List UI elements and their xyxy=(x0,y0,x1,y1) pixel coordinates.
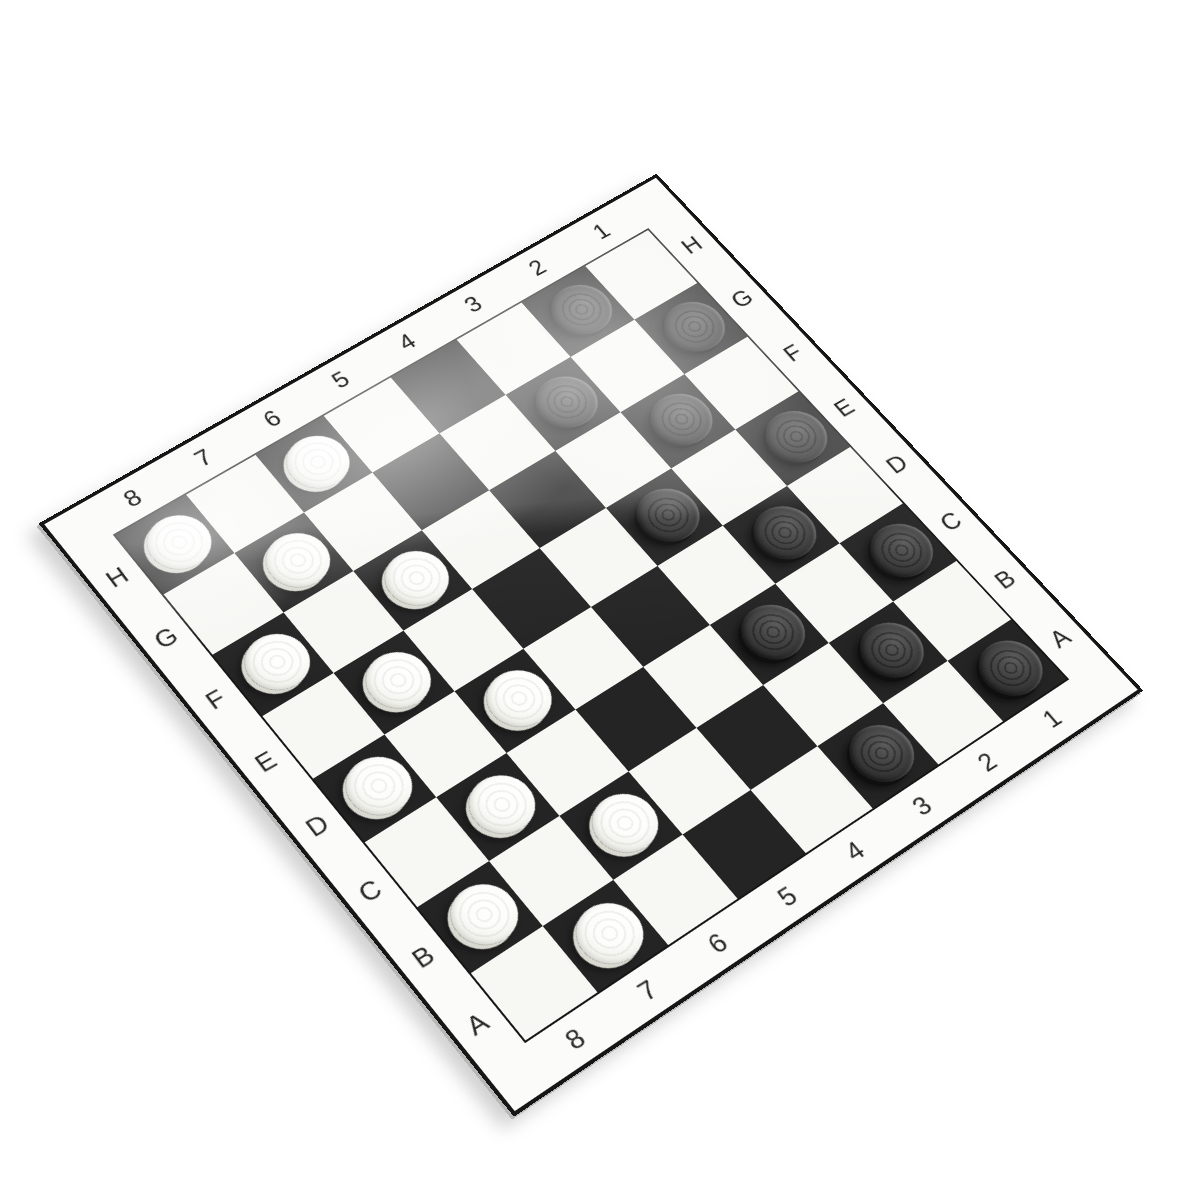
coord-label-top-H: H xyxy=(677,233,707,258)
coord-label-bottom-B: B xyxy=(407,942,439,973)
checkers-mat: HGFEDCBA HGFEDCBA 12345678 12345678 xyxy=(39,174,1144,1117)
coord-label-left-4: 4 xyxy=(394,330,421,354)
board-frame xyxy=(113,228,1069,1043)
coord-label-left-6: 6 xyxy=(259,407,286,432)
coord-label-bottom-H: H xyxy=(102,564,133,592)
coord-label-right-2: 2 xyxy=(973,749,1002,776)
coord-label-top-E: E xyxy=(830,395,859,421)
coord-label-right-5: 5 xyxy=(773,883,802,912)
coord-label-bottom-C: C xyxy=(354,875,387,906)
coord-label-bottom-A: A xyxy=(462,1009,494,1041)
coord-label-top-F: F xyxy=(779,341,807,366)
coord-label-right-7: 7 xyxy=(633,976,663,1006)
coord-label-right-6: 6 xyxy=(703,929,733,958)
coord-label-left-1: 1 xyxy=(588,220,614,243)
coord-label-left-8: 8 xyxy=(120,486,147,512)
coord-label-bottom-G: G xyxy=(150,623,183,653)
coord-label-top-B: B xyxy=(990,566,1020,593)
coord-label-right-3: 3 xyxy=(908,793,937,821)
coord-label-bottom-F: F xyxy=(201,686,230,714)
coord-label-top-D: D xyxy=(882,451,913,478)
coord-label-left-5: 5 xyxy=(327,368,354,392)
coord-label-left-3: 3 xyxy=(460,293,486,317)
coord-label-right-8: 8 xyxy=(561,1024,591,1054)
coord-label-left-7: 7 xyxy=(190,446,217,471)
coord-label-top-G: G xyxy=(727,286,758,312)
coord-label-right-1: 1 xyxy=(1038,706,1067,733)
coord-label-right-4: 4 xyxy=(841,837,870,865)
coord-label-bottom-E: E xyxy=(251,748,282,777)
coord-label-top-A: A xyxy=(1045,625,1076,653)
coord-label-top-C: C xyxy=(935,508,966,535)
board-scene: HGFEDCBA HGFEDCBA 12345678 12345678 xyxy=(196,212,986,1002)
coord-label-bottom-D: D xyxy=(301,811,334,842)
coord-label-left-2: 2 xyxy=(525,256,551,279)
